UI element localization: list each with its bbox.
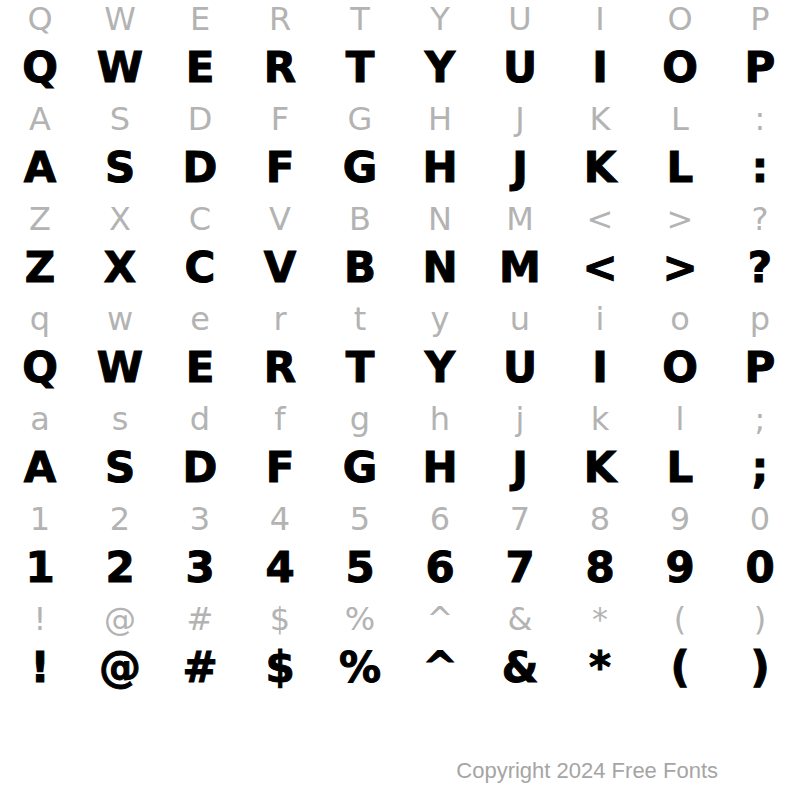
reference-digits-row: 1234567890 [0,500,800,536]
reference-uppercase-top-row: QWERTYUIOP [0,0,800,36]
font-specimen-page: QWERTYUIOPQWERTYUIOPASDFGHJKL:ASDFGHJKL:… [0,0,800,800]
rendered-glyph: $ [240,636,320,698]
rendered-glyph: S [80,136,160,198]
rendered-glyph: F [240,436,320,498]
rendered-glyph: V [240,236,320,298]
rendered-glyph: S [80,436,160,498]
reference-glyph: ^ [400,600,480,638]
reference-glyph: H [400,100,480,138]
reference-glyph: M [480,200,560,238]
reference-glyph: 4 [240,500,320,538]
rendered-glyph: & [480,636,560,698]
rendered-glyph: L [640,436,720,498]
rendered-glyph: J [480,136,560,198]
rendered-glyph: W [80,36,160,98]
row-pair-lowercase-home-row: asdfghjkl;ASDFGHJKL; [0,400,800,500]
rendered-glyph: T [320,336,400,398]
reference-glyph: y [400,300,480,338]
reference-glyph: V [240,200,320,238]
reference-glyph: F [240,100,320,138]
reference-glyph: R [240,0,320,38]
reference-glyph: w [80,300,160,338]
reference-lowercase-home-row: asdfghjkl; [0,400,800,436]
reference-glyph: % [320,600,400,638]
reference-glyph: G [320,100,400,138]
reference-glyph: j [480,400,560,438]
rendered-glyph: I [560,336,640,398]
reference-glyph: r [240,300,320,338]
reference-glyph: e [160,300,240,338]
rendered-glyph: H [400,436,480,498]
rendered-glyph: U [480,36,560,98]
rendered-glyph: A [0,436,80,498]
reference-glyph: 9 [640,500,720,538]
reference-lowercase-top-row: qwertyuiop [0,300,800,336]
reference-glyph: B [320,200,400,238]
rendered-glyph: R [240,36,320,98]
reference-glyph: 7 [480,500,560,538]
rendered-glyph: # [160,636,240,698]
reference-glyph: 2 [80,500,160,538]
reference-glyph: t [320,300,400,338]
rendered-glyph: G [320,136,400,198]
rendered-glyph: 4 [240,536,320,598]
row-pair-uppercase-top-row: QWERTYUIOPQWERTYUIOP [0,0,800,100]
reference-glyph: K [560,100,640,138]
reference-glyph: E [160,0,240,38]
reference-glyph: : [720,100,800,138]
rendered-glyph: A [0,136,80,198]
reference-glyph: & [480,600,560,638]
reference-glyph: o [640,300,720,338]
rendered-glyph: Q [0,336,80,398]
rendered-glyph: O [640,36,720,98]
reference-glyph: i [560,300,640,338]
reference-glyph: u [480,300,560,338]
row-pair-uppercase-bottom-row: ZXCVBNM<>?ZXCVBNM<>? [0,200,800,300]
reference-glyph: W [80,0,160,38]
rendered-uppercase-bottom-row: ZXCVBNM<>? [0,236,800,298]
reference-glyph: Y [400,0,480,38]
row-pair-digits-row: 12345678901234567890 [0,500,800,600]
reference-glyph: T [320,0,400,38]
rendered-glyph: O [640,336,720,398]
rendered-glyph: W [80,336,160,398]
reference-glyph: q [0,300,80,338]
rendered-glyph: G [320,436,400,498]
rendered-glyph: < [560,236,640,298]
rendered-glyph: ? [720,236,800,298]
rendered-glyph: 6 [400,536,480,598]
reference-uppercase-home-row: ASDFGHJKL: [0,100,800,136]
rendered-glyph: 2 [80,536,160,598]
rendered-glyph: P [720,336,800,398]
rendered-glyph: ! [0,636,80,698]
rendered-glyph: E [160,336,240,398]
reference-glyph: d [160,400,240,438]
rendered-lowercase-top-row: QWERTYUIOP [0,336,800,398]
reference-glyph: h [400,400,480,438]
rendered-glyph: 7 [480,536,560,598]
reference-symbols-row: !@#$%^&*() [0,600,800,636]
rendered-glyph: ^ [400,636,480,698]
row-pair-uppercase-home-row: ASDFGHJKL:ASDFGHJKL: [0,100,800,200]
rendered-glyph: ; [720,436,800,498]
reference-glyph: Z [0,200,80,238]
rendered-glyph: % [320,636,400,698]
reference-glyph: > [640,200,720,238]
reference-glyph: 1 [0,500,80,538]
reference-glyph: 3 [160,500,240,538]
reference-glyph: ? [720,200,800,238]
reference-glyph: C [160,200,240,238]
row-pair-lowercase-top-row: qwertyuiopQWERTYUIOP [0,300,800,400]
rendered-symbols-row: !@#$%^&*() [0,636,800,698]
reference-glyph: U [480,0,560,38]
reference-glyph: D [160,100,240,138]
rendered-glyph: : [720,136,800,198]
rendered-uppercase-home-row: ASDFGHJKL: [0,136,800,198]
rendered-glyph: 3 [160,536,240,598]
reference-glyph: g [320,400,400,438]
reference-glyph: X [80,200,160,238]
reference-glyph: ( [640,600,720,638]
rendered-glyph: K [560,436,640,498]
reference-glyph: Q [0,0,80,38]
rendered-glyph: C [160,236,240,298]
reference-glyph: < [560,200,640,238]
rendered-glyph: Y [400,336,480,398]
rendered-glyph: M [480,236,560,298]
reference-glyph: A [0,100,80,138]
reference-glyph: P [720,0,800,38]
rendered-glyph: F [240,136,320,198]
rendered-glyph: 9 [640,536,720,598]
rendered-glyph: > [640,236,720,298]
reference-glyph: J [480,100,560,138]
copyright-text: Copyright 2024 Free Fonts [456,758,718,784]
reference-glyph: # [160,600,240,638]
rendered-glyph: N [400,236,480,298]
rendered-glyph: R [240,336,320,398]
rendered-glyph: D [160,136,240,198]
reference-glyph: f [240,400,320,438]
rendered-digits-row: 1234567890 [0,536,800,598]
rendered-glyph: ) [720,636,800,698]
reference-glyph: S [80,100,160,138]
reference-glyph: L [640,100,720,138]
character-map: QWERTYUIOPQWERTYUIOPASDFGHJKL:ASDFGHJKL:… [0,0,800,700]
rendered-glyph: 0 [720,536,800,598]
rendered-glyph: H [400,136,480,198]
reference-glyph: $ [240,600,320,638]
reference-glyph: p [720,300,800,338]
reference-glyph: 8 [560,500,640,538]
reference-glyph: ; [720,400,800,438]
reference-glyph: I [560,0,640,38]
reference-glyph: ) [720,600,800,638]
rendered-glyph: P [720,36,800,98]
rendered-glyph: K [560,136,640,198]
row-pair-symbols-row: !@#$%^&*()!@#$%^&*() [0,600,800,700]
reference-glyph: l [640,400,720,438]
rendered-glyph: D [160,436,240,498]
rendered-glyph: U [480,336,560,398]
reference-glyph: k [560,400,640,438]
rendered-glyph: * [560,636,640,698]
rendered-glyph: B [320,236,400,298]
rendered-uppercase-top-row: QWERTYUIOP [0,36,800,98]
reference-glyph: 5 [320,500,400,538]
rendered-glyph: 1 [0,536,80,598]
rendered-glyph: J [480,436,560,498]
rendered-glyph: Y [400,36,480,98]
rendered-glyph: L [640,136,720,198]
reference-glyph: ! [0,600,80,638]
reference-uppercase-bottom-row: ZXCVBNM<>? [0,200,800,236]
rendered-glyph: 8 [560,536,640,598]
reference-glyph: * [560,600,640,638]
reference-glyph: s [80,400,160,438]
rendered-glyph: 5 [320,536,400,598]
rendered-glyph: X [80,236,160,298]
rendered-lowercase-home-row: ASDFGHJKL; [0,436,800,498]
rendered-glyph: ( [640,636,720,698]
reference-glyph: O [640,0,720,38]
reference-glyph: N [400,200,480,238]
rendered-glyph: E [160,36,240,98]
reference-glyph: a [0,400,80,438]
reference-glyph: @ [80,600,160,638]
rendered-glyph: @ [80,636,160,698]
reference-glyph: 0 [720,500,800,538]
rendered-glyph: Z [0,236,80,298]
reference-glyph: 6 [400,500,480,538]
rendered-glyph: Q [0,36,80,98]
rendered-glyph: I [560,36,640,98]
rendered-glyph: T [320,36,400,98]
